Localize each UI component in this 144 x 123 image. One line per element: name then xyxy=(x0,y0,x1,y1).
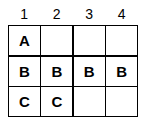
grid-cell-r3c4[interactable] xyxy=(106,87,137,116)
puzzle-page: 1 2 3 4 A B B B B C C xyxy=(0,0,144,123)
grid-cell-r3c3[interactable] xyxy=(74,87,105,116)
grid-cell-r2c2[interactable]: B xyxy=(41,57,72,86)
grid-cell-r1c3[interactable] xyxy=(74,26,105,55)
grid-cell-r3c1[interactable]: C xyxy=(9,87,40,116)
grid-cell-r1c4[interactable] xyxy=(106,26,137,55)
column-header-1: 1 xyxy=(8,5,41,24)
grid-cell-r2c3[interactable]: B xyxy=(74,57,105,86)
puzzle-grid: A B B B B C C xyxy=(8,25,138,117)
grid-cell-r2c4[interactable]: B xyxy=(106,57,137,86)
column-header-4: 4 xyxy=(106,5,139,24)
column-header-3: 3 xyxy=(73,5,106,24)
column-headers: 1 2 3 4 xyxy=(8,5,138,23)
grid-cell-r1c2[interactable] xyxy=(41,26,72,55)
grid-cell-r3c2[interactable]: C xyxy=(41,87,72,116)
grid-cell-r1c1[interactable]: A xyxy=(9,26,40,55)
column-header-2: 2 xyxy=(41,5,74,24)
grid-cell-r2c1[interactable]: B xyxy=(9,57,40,86)
